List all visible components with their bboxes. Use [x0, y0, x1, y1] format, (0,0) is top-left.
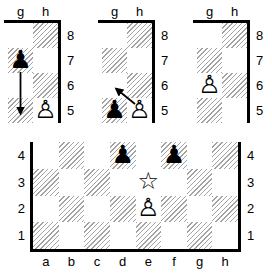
rank-label-3: 3 [11, 169, 25, 196]
square-a3 [33, 169, 59, 196]
file-label-h: h [222, 4, 247, 20]
square-h7 [222, 48, 247, 73]
rank-label-4: 4 [11, 142, 25, 169]
piece-black-pawn: ♟ [163, 142, 185, 167]
rank-label-5: 5 [256, 98, 263, 123]
square-b2 [59, 196, 85, 223]
file-label-d: d [110, 254, 136, 270]
square-f4: ♟ [161, 142, 187, 169]
square-h8 [33, 23, 58, 48]
chess-diagram: gh ♟♙ 8765 gh ♟♙ 8765 gh ♙ 8765 [0, 0, 272, 275]
rank-labels: 8765 [161, 20, 168, 123]
square-b1 [59, 222, 85, 249]
square-g4 [187, 142, 213, 169]
rank-labels-left: 4321 [11, 142, 25, 252]
file-label-g: g [197, 4, 222, 20]
square-b4 [59, 142, 85, 169]
piece-black-pawn: ♟ [9, 47, 31, 72]
rank-label-2: 2 [247, 196, 254, 223]
square-h3 [212, 169, 238, 196]
square-a4 [33, 142, 59, 169]
board-frame: ♙ [197, 20, 250, 123]
file-label-a: a [33, 254, 59, 270]
square-g6: ♙ [197, 73, 222, 98]
board-grid: ♟♙ [8, 23, 58, 123]
square-g7: ♟ [8, 48, 33, 73]
rank-label-7: 7 [161, 48, 168, 73]
board-frame: ♟♙ [102, 20, 155, 123]
square-h4 [212, 142, 238, 169]
board-bottom: 4321 ♟♟☆♙ 4321 abcdefgh [11, 142, 254, 270]
piece-black-pawn: ♟ [103, 97, 125, 122]
file-labels: gh [8, 1, 74, 20]
file-labels: gh [102, 1, 168, 20]
rank-label-6: 6 [256, 73, 263, 98]
rank-label-7: 7 [67, 48, 74, 73]
rank-labels: 8765 [67, 20, 74, 123]
board-grid: ♙ [197, 23, 247, 123]
square-f2 [161, 196, 187, 223]
square-e4 [136, 142, 162, 169]
piece-white-pawn: ♙ [137, 195, 159, 220]
file-label-b: b [59, 254, 85, 270]
rank-label-6: 6 [161, 73, 168, 98]
file-label-h: h [212, 254, 238, 270]
board-grid: ♟♙ [102, 23, 152, 123]
piece-white-pawn: ♙ [34, 97, 56, 122]
rank-label-7: 7 [256, 48, 263, 73]
file-label-c: c [84, 254, 110, 270]
square-g6 [8, 73, 33, 98]
square-f1 [161, 222, 187, 249]
square-g5 [8, 98, 33, 123]
rank-label-4: 4 [247, 142, 254, 169]
rank-label-1: 1 [11, 222, 25, 249]
square-g8 [102, 23, 127, 48]
square-g3 [187, 169, 213, 196]
piece-black-pawn: ♟ [111, 142, 133, 167]
square-g5: ♟ [102, 98, 127, 123]
square-h6 [222, 73, 247, 98]
square-h8 [222, 23, 247, 48]
square-e3: ☆ [136, 169, 162, 196]
board-frame: ♟♟☆♙ [30, 142, 241, 252]
square-g5 [197, 98, 222, 123]
square-f3 [161, 169, 187, 196]
square-h5 [222, 98, 247, 123]
square-g1 [187, 222, 213, 249]
square-e1 [136, 222, 162, 249]
rank-label-3: 3 [247, 169, 254, 196]
rank-label-8: 8 [67, 23, 74, 48]
file-label-f: f [161, 254, 187, 270]
file-label-h: h [33, 4, 58, 20]
square-d1 [110, 222, 136, 249]
file-label-g: g [102, 4, 127, 20]
square-c1 [84, 222, 110, 249]
rank-labels: 8765 [256, 20, 263, 123]
rank-label-8: 8 [161, 23, 168, 48]
rank-label-1: 1 [247, 222, 254, 249]
square-g8 [197, 23, 222, 48]
star-annotation: ☆ [138, 169, 160, 193]
square-d2 [110, 196, 136, 223]
board-top-left: gh ♟♙ 8765 [8, 1, 74, 123]
rank-labels-right: 4321 [247, 142, 254, 252]
square-d4: ♟ [110, 142, 136, 169]
file-label-e: e [136, 254, 162, 270]
file-labels: abcdefgh [11, 252, 254, 270]
board-grid: ♟♟☆♙ [33, 142, 238, 249]
square-h8 [127, 23, 152, 48]
square-h5: ♙ [127, 98, 152, 123]
square-d3 [110, 169, 136, 196]
square-g7 [102, 48, 127, 73]
square-c2 [84, 196, 110, 223]
rank-label-8: 8 [256, 23, 263, 48]
square-e2: ♙ [136, 196, 162, 223]
square-h5: ♙ [33, 98, 58, 123]
square-h7 [127, 48, 152, 73]
board-frame: ♟♙ [8, 20, 61, 123]
square-h7 [33, 48, 58, 73]
piece-white-pawn: ♙ [198, 72, 220, 97]
square-b3 [59, 169, 85, 196]
square-c3 [84, 169, 110, 196]
file-labels: gh [197, 1, 263, 20]
square-h1 [212, 222, 238, 249]
square-h2 [212, 196, 238, 223]
square-g2 [187, 196, 213, 223]
file-label-g: g [8, 4, 33, 20]
file-label-g: g [187, 254, 213, 270]
rank-label-2: 2 [11, 196, 25, 223]
board-top-right: gh ♙ 8765 [197, 1, 263, 123]
rank-label-5: 5 [67, 98, 74, 123]
board-top-middle: gh ♟♙ 8765 [102, 1, 168, 123]
file-label-h: h [127, 4, 152, 20]
square-c4 [84, 142, 110, 169]
square-a2 [33, 196, 59, 223]
square-a1 [33, 222, 59, 249]
rank-label-6: 6 [67, 73, 74, 98]
piece-white-pawn: ♙ [128, 97, 150, 122]
rank-label-5: 5 [161, 98, 168, 123]
